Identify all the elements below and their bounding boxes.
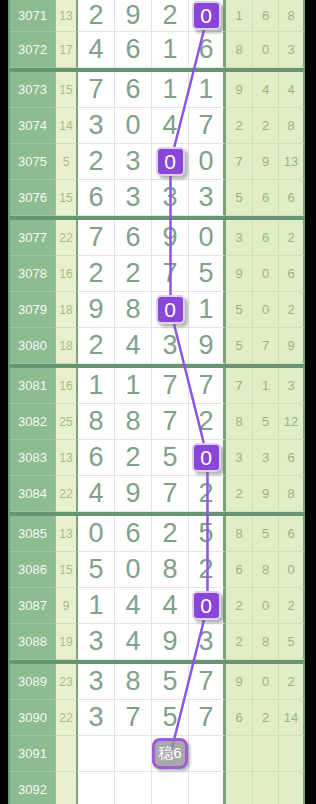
digit-cell: 9 <box>115 476 152 512</box>
digit-cell: 4 <box>115 624 152 660</box>
trend-row: 3086155082680 <box>10 552 305 588</box>
stat-cell: 13 <box>279 144 305 180</box>
sum-cell: 15 <box>56 180 78 216</box>
digit-cell: 0 <box>78 516 115 552</box>
digit-cell <box>78 772 115 804</box>
digit-cell: 1 <box>152 72 189 108</box>
digit-cell: 0 <box>115 108 152 144</box>
sum-cell: 9 <box>56 588 78 624</box>
digit-cell: 6 <box>115 220 152 256</box>
digit-cell: 0 <box>189 588 226 624</box>
stat-cell: 2 <box>279 220 305 256</box>
digit-cell: 8 <box>115 404 152 440</box>
digit-cell: 5 <box>152 440 189 476</box>
digit-cell: 7 <box>189 108 226 144</box>
sum-cell: 16 <box>56 368 78 404</box>
digit-cell: 9 <box>115 0 152 32</box>
trend-row: 3072174616803 <box>10 32 305 68</box>
digit-cell: 4 <box>78 476 115 512</box>
hit-zero-box: 0 <box>192 1 221 30</box>
stat-cell <box>226 772 253 804</box>
issue-cell: 3072 <box>10 32 56 68</box>
trend-row: 3088193493285 <box>10 624 305 660</box>
trend-row: 30902237576214 <box>10 700 305 736</box>
stat-cell: 6 <box>253 220 279 256</box>
stat-cell: 6 <box>253 180 279 216</box>
digit-cell: 1 <box>152 32 189 68</box>
stat-cell: 9 <box>226 256 253 292</box>
digit-cell: 9 <box>189 328 226 364</box>
stat-cell: 4 <box>253 72 279 108</box>
sum-cell: 13 <box>56 0 78 32</box>
digit-cell: 稳6 <box>152 736 189 772</box>
digit-cell: 3 <box>115 144 152 180</box>
stat-cell: 8 <box>226 32 253 68</box>
digit-cell: 5 <box>189 516 226 552</box>
stat-cell: 3 <box>253 440 279 476</box>
trend-row: 3071132920168 <box>10 0 305 32</box>
digit-cell: 5 <box>78 552 115 588</box>
issue-cell: 3088 <box>10 624 56 660</box>
digit-cell: 0 <box>189 220 226 256</box>
digit-cell: 6 <box>78 440 115 476</box>
stat-cell: 6 <box>226 700 253 736</box>
digit-cell <box>115 772 152 804</box>
trend-row: 308791440202 <box>10 588 305 624</box>
digit-cell: 7 <box>152 256 189 292</box>
digit-cell: 4 <box>115 588 152 624</box>
sum-cell: 18 <box>56 328 78 364</box>
digit-cell: 7 <box>152 404 189 440</box>
trend-row: 3083136250336 <box>10 440 305 476</box>
stat-cell: 5 <box>226 292 253 328</box>
issue-cell: 3082 <box>10 404 56 440</box>
stat-cell: 5 <box>253 516 279 552</box>
digit-cell <box>115 736 152 772</box>
sum-cell: 22 <box>56 700 78 736</box>
digit-cell: 3 <box>189 180 226 216</box>
digit-cell: 3 <box>152 328 189 364</box>
issue-cell: 3080 <box>10 328 56 364</box>
stat-cell: 2 <box>253 700 279 736</box>
sum-cell: 25 <box>56 404 78 440</box>
digit-cell: 7 <box>115 700 152 736</box>
sum-cell: 14 <box>56 108 78 144</box>
stat-cell: 5 <box>226 328 253 364</box>
hit-zero-box: 0 <box>192 591 221 620</box>
digit-cell: 9 <box>78 292 115 328</box>
trend-row: 3091稳6 <box>10 736 305 772</box>
digit-cell: 2 <box>78 328 115 364</box>
stat-cell: 8 <box>279 476 305 512</box>
digit-cell: 1 <box>78 368 115 404</box>
issue-cell: 3077 <box>10 220 56 256</box>
sum-cell: 16 <box>56 256 78 292</box>
digit-cell: 8 <box>115 664 152 700</box>
stat-cell: 2 <box>279 664 305 700</box>
issue-cell: 3078 <box>10 256 56 292</box>
digit-cell: 7 <box>189 700 226 736</box>
trend-row: 3084224972298 <box>10 476 305 512</box>
digit-cell: 9 <box>152 220 189 256</box>
digit-cell: 8 <box>152 552 189 588</box>
stat-cell: 14 <box>279 700 305 736</box>
issue-cell: 3092 <box>10 772 56 804</box>
digit-cell: 1 <box>189 72 226 108</box>
sum-cell: 5 <box>56 144 78 180</box>
issue-cell: 3084 <box>10 476 56 512</box>
digit-cell: 1 <box>115 368 152 404</box>
digit-cell: 2 <box>78 0 115 32</box>
stat-cell: 2 <box>226 624 253 660</box>
trend-row: 3077227690362 <box>10 220 305 256</box>
trend-row: 3089233857902 <box>10 664 305 700</box>
stat-cell: 2 <box>253 108 279 144</box>
sum-cell <box>56 736 78 772</box>
stat-cell: 8 <box>279 108 305 144</box>
digit-cell: 6 <box>115 32 152 68</box>
stat-cell: 6 <box>279 180 305 216</box>
digit-cell: 3 <box>189 624 226 660</box>
trend-row: 3085130625856 <box>10 516 305 552</box>
stat-cell: 0 <box>253 664 279 700</box>
issue-cell: 3083 <box>10 440 56 476</box>
issue-cell: 3075 <box>10 144 56 180</box>
digit-cell: 0 <box>189 440 226 476</box>
digit-cell: 7 <box>152 368 189 404</box>
digit-cell: 9 <box>152 624 189 660</box>
stat-cell: 7 <box>253 328 279 364</box>
issue-cell: 3074 <box>10 108 56 144</box>
stat-cell: 3 <box>279 368 305 404</box>
digit-cell: 1 <box>189 292 226 328</box>
stat-cell: 6 <box>279 440 305 476</box>
stat-cell: 0 <box>279 552 305 588</box>
digit-cell <box>78 736 115 772</box>
digit-cell: 6 <box>115 516 152 552</box>
issue-cell: 3091 <box>10 736 56 772</box>
digit-cell: 2 <box>115 440 152 476</box>
stat-cell: 2 <box>226 108 253 144</box>
sum-cell: 15 <box>56 72 78 108</box>
issue-cell: 3076 <box>10 180 56 216</box>
stat-cell: 0 <box>253 292 279 328</box>
digit-cell: 4 <box>78 32 115 68</box>
digit-cell: 3 <box>78 624 115 660</box>
digit-cell: 7 <box>78 72 115 108</box>
digit-cell: 3 <box>78 108 115 144</box>
stat-cell: 5 <box>226 180 253 216</box>
digit-cell: 8 <box>78 404 115 440</box>
stat-cell <box>226 736 253 772</box>
sum-cell: 18 <box>56 292 78 328</box>
stat-cell: 2 <box>279 292 305 328</box>
digit-cell: 7 <box>189 368 226 404</box>
stat-cell: 1 <box>253 368 279 404</box>
stat-cell: 2 <box>279 588 305 624</box>
digit-cell: 6 <box>189 32 226 68</box>
sum-cell: 22 <box>56 220 78 256</box>
digit-cell: 2 <box>152 0 189 32</box>
sum-cell: 15 <box>56 552 78 588</box>
trend-row: 3074143047228 <box>10 108 305 144</box>
digit-cell: 0 <box>152 292 189 328</box>
trend-row: 3073157611944 <box>10 72 305 108</box>
digit-cell: 4 <box>152 588 189 624</box>
stat-cell: 3 <box>279 32 305 68</box>
issue-cell: 3089 <box>10 664 56 700</box>
digit-cell: 5 <box>152 664 189 700</box>
issue-cell: 3086 <box>10 552 56 588</box>
digit-cell: 0 <box>189 144 226 180</box>
stat-cell: 5 <box>253 404 279 440</box>
digit-cell: 0 <box>115 552 152 588</box>
trend-row: 3075523007913 <box>10 144 305 180</box>
digit-cell: 2 <box>189 552 226 588</box>
digit-cell <box>189 736 226 772</box>
stat-cell: 6 <box>226 552 253 588</box>
digit-cell: 5 <box>189 256 226 292</box>
issue-cell: 3079 <box>10 292 56 328</box>
stat-cell: 8 <box>253 624 279 660</box>
digit-cell: 7 <box>189 664 226 700</box>
stat-cell <box>253 772 279 804</box>
sum-cell: 17 <box>56 32 78 68</box>
stat-cell: 6 <box>253 0 279 32</box>
digit-cell: 0 <box>152 144 189 180</box>
stat-cell: 1 <box>226 0 253 32</box>
stat-cell: 5 <box>279 624 305 660</box>
trend-row: 3078162275906 <box>10 256 305 292</box>
digit-cell: 2 <box>152 516 189 552</box>
sum-cell <box>56 772 78 804</box>
digit-cell: 7 <box>78 220 115 256</box>
sum-cell: 19 <box>56 624 78 660</box>
trend-row: 3081161177713 <box>10 368 305 404</box>
digit-cell: 7 <box>152 476 189 512</box>
stat-cell <box>279 772 305 804</box>
stat-cell: 9 <box>226 664 253 700</box>
stat-cell: 7 <box>226 368 253 404</box>
digit-cell: 2 <box>78 144 115 180</box>
digit-cell <box>189 772 226 804</box>
issue-cell: 3090 <box>10 700 56 736</box>
digit-cell: 6 <box>78 180 115 216</box>
stat-cell: 3 <box>226 440 253 476</box>
stat-cell: 0 <box>253 256 279 292</box>
issue-cell: 3081 <box>10 368 56 404</box>
stat-cell: 6 <box>279 516 305 552</box>
digit-cell: 0 <box>189 0 226 32</box>
stat-cell: 0 <box>253 588 279 624</box>
digit-cell: 6 <box>115 72 152 108</box>
digit-cell: 1 <box>78 588 115 624</box>
stat-cell <box>253 736 279 772</box>
issue-cell: 3071 <box>10 0 56 32</box>
stat-cell: 9 <box>253 144 279 180</box>
stat-cell: 8 <box>226 516 253 552</box>
issue-cell: 3073 <box>10 72 56 108</box>
stat-cell: 2 <box>226 588 253 624</box>
digit-cell: 3 <box>78 664 115 700</box>
stat-cell <box>279 736 305 772</box>
sum-cell: 13 <box>56 440 78 476</box>
digit-cell <box>152 772 189 804</box>
trend-row: 3080182439579 <box>10 328 305 364</box>
hit-zero-box: 0 <box>156 147 185 176</box>
sum-cell: 13 <box>56 516 78 552</box>
digit-cell: 3 <box>152 180 189 216</box>
digit-cell: 2 <box>189 476 226 512</box>
sum-cell: 22 <box>56 476 78 512</box>
digit-cell: 5 <box>152 700 189 736</box>
digit-cell: 2 <box>189 404 226 440</box>
hit-zero-box: 0 <box>156 295 185 324</box>
digit-cell: 8 <box>115 292 152 328</box>
stat-cell: 8 <box>279 0 305 32</box>
stat-cell: 2 <box>226 476 253 512</box>
hit-zero-box: 0 <box>192 443 221 472</box>
stat-cell: 9 <box>253 476 279 512</box>
stat-cell: 3 <box>226 220 253 256</box>
trend-board: 3071132920168307217461680330731576119443… <box>8 0 305 804</box>
trend-row: 3076156333566 <box>10 180 305 216</box>
trend-row: 3092 <box>10 772 305 804</box>
digit-cell: 4 <box>115 328 152 364</box>
stat-cell: 9 <box>226 72 253 108</box>
stat-cell: 9 <box>279 328 305 364</box>
stat-cell: 7 <box>226 144 253 180</box>
trend-row: 30822588728512 <box>10 404 305 440</box>
stable-pick-marker: 稳6 <box>152 738 188 769</box>
stat-cell: 6 <box>279 256 305 292</box>
stat-cell: 8 <box>226 404 253 440</box>
sum-cell: 23 <box>56 664 78 700</box>
trend-row: 3079189801502 <box>10 292 305 328</box>
digit-cell: 3 <box>115 180 152 216</box>
digit-cell: 3 <box>78 700 115 736</box>
digit-cell: 4 <box>152 108 189 144</box>
stat-cell: 8 <box>253 552 279 588</box>
stat-cell: 0 <box>253 32 279 68</box>
stat-cell: 4 <box>279 72 305 108</box>
stat-cell: 12 <box>279 404 305 440</box>
digit-cell: 2 <box>78 256 115 292</box>
issue-cell: 3087 <box>10 588 56 624</box>
issue-cell: 3085 <box>10 516 56 552</box>
digit-cell: 2 <box>115 256 152 292</box>
